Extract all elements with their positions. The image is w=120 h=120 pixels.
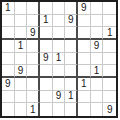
cell-r5c9[interactable] — [103, 53, 116, 66]
cell-r6c8[interactable]: 1 — [91, 65, 104, 78]
cell-r2c2[interactable] — [15, 15, 28, 28]
cell-r2c4[interactable]: 1 — [40, 15, 53, 28]
cell-r2c8[interactable] — [91, 15, 104, 28]
cell-r3c4[interactable] — [40, 27, 53, 40]
cell-r5c7[interactable] — [78, 53, 91, 66]
cell-r3c8[interactable] — [91, 27, 104, 40]
cell-r3c1[interactable] — [2, 27, 15, 40]
cell-r7c4[interactable] — [40, 78, 53, 91]
cell-r8c2[interactable] — [15, 91, 28, 104]
cell-r1c3[interactable] — [27, 2, 40, 15]
cell-r1c1[interactable]: 1 — [2, 2, 15, 15]
cell-r1c4[interactable] — [40, 2, 53, 15]
cell-r8c6[interactable]: 1 — [65, 91, 78, 104]
cell-r4c4[interactable] — [40, 40, 53, 53]
cell-r4c1[interactable] — [2, 40, 15, 53]
cell-r4c7[interactable] — [78, 40, 91, 53]
cell-r8c8[interactable] — [91, 91, 104, 104]
cell-r2c5[interactable] — [53, 15, 66, 28]
cell-r2c1[interactable] — [2, 15, 15, 28]
cell-r9c8[interactable] — [91, 103, 104, 116]
cell-r6c3[interactable] — [27, 65, 40, 78]
cell-r5c3[interactable] — [27, 53, 40, 66]
cell-r6c6[interactable] — [65, 65, 78, 78]
cell-r7c3[interactable] — [27, 78, 40, 91]
cell-r9c9[interactable]: 9 — [103, 103, 116, 116]
cell-r7c2[interactable] — [15, 78, 28, 91]
cell-r7c6[interactable] — [65, 78, 78, 91]
cell-r6c4[interactable] — [40, 65, 53, 78]
cell-r8c3[interactable] — [27, 91, 40, 104]
cell-r8c7[interactable] — [78, 91, 91, 104]
cell-r9c4[interactable] — [40, 103, 53, 116]
cell-r6c7[interactable] — [78, 65, 91, 78]
cell-r6c1[interactable] — [2, 65, 15, 78]
cell-r9c1[interactable] — [2, 103, 15, 116]
cell-r8c9[interactable] — [103, 91, 116, 104]
cell-r2c9[interactable] — [103, 15, 116, 28]
cell-r3c2[interactable] — [15, 27, 28, 40]
cell-r9c3[interactable]: 1 — [27, 103, 40, 116]
cell-r2c3[interactable] — [27, 15, 40, 28]
cell-r3c3[interactable]: 9 — [27, 27, 40, 40]
cell-r7c5[interactable] — [53, 78, 66, 91]
cell-r5c6[interactable] — [65, 53, 78, 66]
cell-r4c5[interactable] — [53, 40, 66, 53]
cell-r4c6[interactable] — [65, 40, 78, 53]
cell-r5c5[interactable]: 1 — [53, 53, 66, 66]
cell-r3c7[interactable] — [78, 27, 91, 40]
cell-r3c6[interactable] — [65, 27, 78, 40]
cell-r5c8[interactable] — [91, 53, 104, 66]
sudoku-board: 191991199191919119 — [0, 0, 118, 118]
cell-r5c2[interactable] — [15, 53, 28, 66]
cell-r5c4[interactable]: 9 — [40, 53, 53, 66]
cell-r8c4[interactable] — [40, 91, 53, 104]
cell-r4c3[interactable] — [27, 40, 40, 53]
cell-r3c5[interactable] — [53, 27, 66, 40]
cell-r1c6[interactable] — [65, 2, 78, 15]
cell-r1c9[interactable] — [103, 2, 116, 15]
cell-r7c1[interactable]: 9 — [2, 78, 15, 91]
cell-r8c5[interactable]: 9 — [53, 91, 66, 104]
cell-r3c9[interactable]: 1 — [103, 27, 116, 40]
cell-r7c7[interactable]: 1 — [78, 78, 91, 91]
cell-r8c1[interactable] — [2, 91, 15, 104]
cell-r1c5[interactable] — [53, 2, 66, 15]
cell-r1c7[interactable]: 9 — [78, 2, 91, 15]
cell-r4c2[interactable]: 1 — [15, 40, 28, 53]
cell-r9c5[interactable] — [53, 103, 66, 116]
cell-r5c1[interactable] — [2, 53, 15, 66]
cell-r6c2[interactable]: 9 — [15, 65, 28, 78]
cell-r9c7[interactable] — [78, 103, 91, 116]
cell-r2c6[interactable]: 9 — [65, 15, 78, 28]
cell-r4c9[interactable] — [103, 40, 116, 53]
cell-r9c2[interactable] — [15, 103, 28, 116]
cell-r7c9[interactable] — [103, 78, 116, 91]
cell-r1c2[interactable] — [15, 2, 28, 15]
cell-r4c8[interactable]: 9 — [91, 40, 104, 53]
cell-r6c9[interactable] — [103, 65, 116, 78]
cell-r2c7[interactable] — [78, 15, 91, 28]
cell-r6c5[interactable] — [53, 65, 66, 78]
cell-r7c8[interactable] — [91, 78, 104, 91]
cell-r9c6[interactable] — [65, 103, 78, 116]
cell-r1c8[interactable] — [91, 2, 104, 15]
